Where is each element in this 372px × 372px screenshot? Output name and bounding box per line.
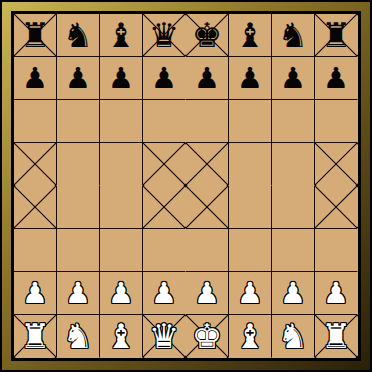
board-frame-outer-edge: ♜♞♝♛♚♝♞♜♟♟♟♟♟♟♟♟♟♟♟♟♟♟♟♟♜♞♝♛♚♝♞♜ (0, 0, 372, 372)
square-h6[interactable] (315, 100, 358, 143)
square-h8[interactable]: ♜ (315, 14, 358, 57)
square-g2[interactable]: ♟ (272, 272, 315, 315)
square-f7[interactable]: ♟ (229, 57, 272, 100)
black-king[interactable]: ♚ (192, 18, 222, 52)
square-d2[interactable]: ♟ (143, 272, 186, 315)
black-pawn[interactable]: ♟ (151, 64, 177, 93)
square-h5[interactable] (315, 143, 358, 186)
square-a7[interactable]: ♟ (14, 57, 57, 100)
square-d1[interactable]: ♛ (143, 315, 186, 358)
white-rook[interactable]: ♜ (20, 319, 50, 353)
board-inner-edge: ♜♞♝♛♚♝♞♜♟♟♟♟♟♟♟♟♟♟♟♟♟♟♟♟♜♞♝♛♚♝♞♜ (11, 11, 361, 361)
white-elephant[interactable]: ♝ (106, 319, 136, 353)
white-pawn[interactable]: ♟ (108, 279, 134, 308)
square-f2[interactable]: ♟ (229, 272, 272, 315)
black-knight[interactable]: ♞ (278, 18, 308, 52)
square-e3[interactable] (186, 229, 229, 272)
square-f5[interactable] (229, 143, 272, 186)
square-f1[interactable]: ♝ (229, 315, 272, 358)
black-rook[interactable]: ♜ (321, 18, 351, 52)
white-knight[interactable]: ♞ (278, 319, 308, 353)
square-b5[interactable] (57, 143, 100, 186)
square-c3[interactable] (100, 229, 143, 272)
square-c7[interactable]: ♟ (100, 57, 143, 100)
square-d4[interactable] (143, 186, 186, 229)
square-d5[interactable] (143, 143, 186, 186)
square-g5[interactable] (272, 143, 315, 186)
square-f3[interactable] (229, 229, 272, 272)
square-h3[interactable] (315, 229, 358, 272)
square-f4[interactable] (229, 186, 272, 229)
black-elephant[interactable]: ♝ (235, 18, 265, 52)
square-g4[interactable] (272, 186, 315, 229)
square-a6[interactable] (14, 100, 57, 143)
square-b6[interactable] (57, 100, 100, 143)
black-rook[interactable]: ♜ (20, 18, 50, 52)
screenshot-root: ♜♞♝♛♚♝♞♜♟♟♟♟♟♟♟♟♟♟♟♟♟♟♟♟♜♞♝♛♚♝♞♜ (0, 0, 372, 372)
square-d3[interactable] (143, 229, 186, 272)
square-f6[interactable] (229, 100, 272, 143)
square-b3[interactable] (57, 229, 100, 272)
square-a3[interactable] (14, 229, 57, 272)
square-a1[interactable]: ♜ (14, 315, 57, 358)
square-a4[interactable] (14, 186, 57, 229)
white-knight[interactable]: ♞ (63, 319, 93, 353)
square-g6[interactable] (272, 100, 315, 143)
black-pawn[interactable]: ♟ (108, 64, 134, 93)
square-d7[interactable]: ♟ (143, 57, 186, 100)
square-a8[interactable]: ♜ (14, 14, 57, 57)
square-e1[interactable]: ♚ (186, 315, 229, 358)
white-pawn[interactable]: ♟ (323, 279, 349, 308)
white-king[interactable]: ♚ (192, 319, 222, 353)
square-e4[interactable] (186, 186, 229, 229)
black-knight[interactable]: ♞ (63, 18, 93, 52)
black-pawn[interactable]: ♟ (194, 64, 220, 93)
square-h1[interactable]: ♜ (315, 315, 358, 358)
square-g8[interactable]: ♞ (272, 14, 315, 57)
square-h4[interactable] (315, 186, 358, 229)
black-pawn[interactable]: ♟ (237, 64, 263, 93)
black-pawn[interactable]: ♟ (22, 64, 48, 93)
square-e5[interactable] (186, 143, 229, 186)
square-b1[interactable]: ♞ (57, 315, 100, 358)
white-pawn[interactable]: ♟ (151, 279, 177, 308)
square-a5[interactable] (14, 143, 57, 186)
white-pawn[interactable]: ♟ (280, 279, 306, 308)
white-elephant[interactable]: ♝ (235, 319, 265, 353)
square-d6[interactable] (143, 100, 186, 143)
square-a2[interactable]: ♟ (14, 272, 57, 315)
white-pawn[interactable]: ♟ (194, 279, 220, 308)
white-ferz[interactable]: ♛ (149, 319, 179, 353)
square-g7[interactable]: ♟ (272, 57, 315, 100)
square-c6[interactable] (100, 100, 143, 143)
square-b4[interactable] (57, 186, 100, 229)
black-pawn[interactable]: ♟ (323, 64, 349, 93)
square-h7[interactable]: ♟ (315, 57, 358, 100)
square-b2[interactable]: ♟ (57, 272, 100, 315)
square-e2[interactable]: ♟ (186, 272, 229, 315)
square-d8[interactable]: ♛ (143, 14, 186, 57)
square-b8[interactable]: ♞ (57, 14, 100, 57)
board-frame: ♜♞♝♛♚♝♞♜♟♟♟♟♟♟♟♟♟♟♟♟♟♟♟♟♜♞♝♛♚♝♞♜ (2, 2, 370, 370)
square-g3[interactable] (272, 229, 315, 272)
square-f8[interactable]: ♝ (229, 14, 272, 57)
shatranj-board: ♜♞♝♛♚♝♞♜♟♟♟♟♟♟♟♟♟♟♟♟♟♟♟♟♜♞♝♛♚♝♞♜ (14, 14, 358, 358)
square-c1[interactable]: ♝ (100, 315, 143, 358)
white-rook[interactable]: ♜ (321, 319, 351, 353)
square-c8[interactable]: ♝ (100, 14, 143, 57)
black-pawn[interactable]: ♟ (280, 64, 306, 93)
square-e6[interactable] (186, 100, 229, 143)
white-pawn[interactable]: ♟ (22, 279, 48, 308)
square-h2[interactable]: ♟ (315, 272, 358, 315)
black-elephant[interactable]: ♝ (106, 18, 136, 52)
square-c5[interactable] (100, 143, 143, 186)
black-ferz[interactable]: ♛ (149, 18, 179, 52)
square-e8[interactable]: ♚ (186, 14, 229, 57)
white-pawn[interactable]: ♟ (65, 279, 91, 308)
square-c4[interactable] (100, 186, 143, 229)
black-pawn[interactable]: ♟ (65, 64, 91, 93)
square-c2[interactable]: ♟ (100, 272, 143, 315)
square-e7[interactable]: ♟ (186, 57, 229, 100)
square-g1[interactable]: ♞ (272, 315, 315, 358)
white-pawn[interactable]: ♟ (237, 279, 263, 308)
square-b7[interactable]: ♟ (57, 57, 100, 100)
